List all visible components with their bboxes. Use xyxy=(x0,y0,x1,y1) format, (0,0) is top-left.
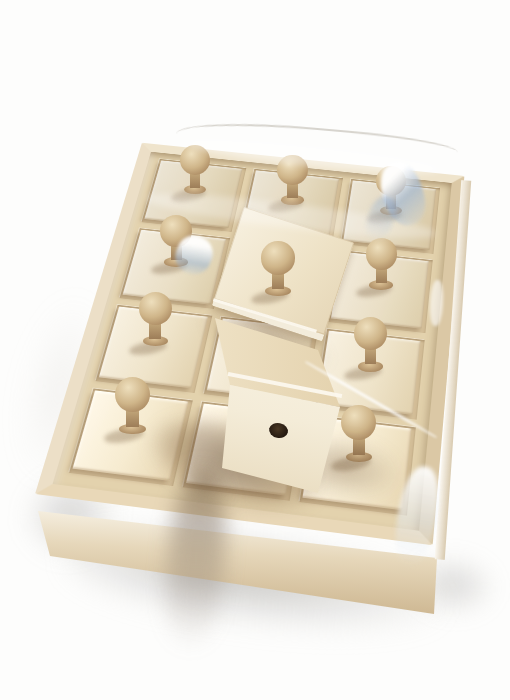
knob-head xyxy=(354,317,387,350)
knob-head xyxy=(115,377,150,412)
displaced-cube-with-hole[interactable] xyxy=(185,310,355,500)
knob-head xyxy=(139,292,172,325)
knob-head xyxy=(261,241,294,274)
displaced-lid-knob[interactable] xyxy=(257,241,299,302)
product-photo-stage xyxy=(0,0,510,700)
knob-r1c1[interactable] xyxy=(176,145,214,200)
knob-r3c3[interactable] xyxy=(350,317,392,378)
overlay xyxy=(0,0,510,700)
knob-r2c3[interactable] xyxy=(362,238,402,295)
knob-head xyxy=(366,238,398,270)
knob-r3c1[interactable] xyxy=(134,292,176,353)
film-glint-right xyxy=(429,280,444,327)
tray-right-face xyxy=(435,180,471,560)
knob-r4c1[interactable] xyxy=(110,377,154,441)
